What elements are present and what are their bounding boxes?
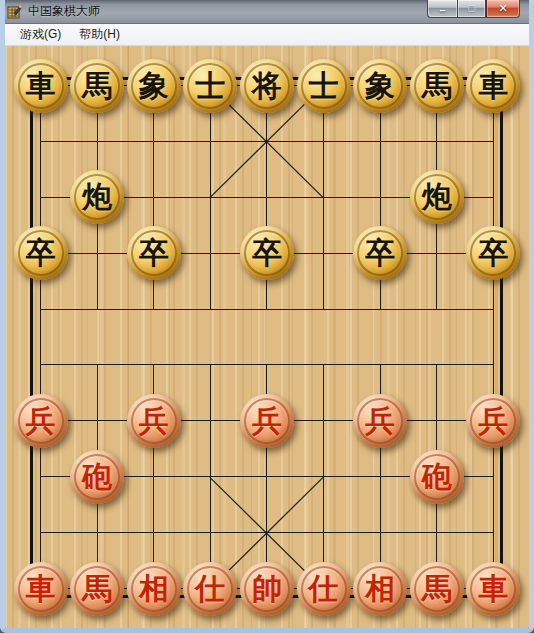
piece-red-兵-f2r6[interactable]: 兵 (127, 394, 181, 448)
piece-black-士-f3r0[interactable]: 士 (183, 59, 237, 113)
piece-red-砲-f1r7[interactable]: 砲 (70, 450, 124, 504)
piece-red-帥-f4r9[interactable]: 帥 (240, 562, 294, 616)
piece-black-卒-f0r3[interactable]: 卒 (14, 226, 68, 280)
piece-black-馬-f7r0[interactable]: 馬 (410, 59, 464, 113)
piece-black-車-f0r0[interactable]: 車 (14, 59, 68, 113)
board-background: 車馬象士将士象馬車炮炮卒卒卒卒卒兵兵兵兵兵砲砲車馬相仕帥仕相馬車 (5, 46, 529, 628)
minimize-button[interactable]: – (427, 0, 457, 18)
window-title: 中国象棋大师 (28, 3, 100, 20)
piece-black-卒-f8r3[interactable]: 卒 (466, 226, 520, 280)
app-icon (7, 4, 23, 20)
piece-red-兵-f0r6[interactable]: 兵 (14, 394, 68, 448)
title-bar[interactable]: 中国象棋大师 – ▢ ✕ (0, 0, 534, 24)
window-controls: – ▢ ✕ (427, 0, 520, 18)
piece-red-相-f6r9[interactable]: 相 (353, 562, 407, 616)
close-button[interactable]: ✕ (486, 0, 520, 18)
piece-red-車-f8r9[interactable]: 車 (466, 562, 520, 616)
piece-black-卒-f4r3[interactable]: 卒 (240, 226, 294, 280)
piece-black-卒-f2r3[interactable]: 卒 (127, 226, 181, 280)
maximize-icon: ▢ (467, 4, 476, 13)
piece-black-車-f8r0[interactable]: 車 (466, 59, 520, 113)
piece-black-炮-f7r2[interactable]: 炮 (410, 170, 464, 224)
piece-black-馬-f1r0[interactable]: 馬 (70, 59, 124, 113)
piece-black-卒-f6r3[interactable]: 卒 (353, 226, 407, 280)
menu-item-help[interactable]: 帮助(H) (70, 23, 129, 46)
piece-red-兵-f8r6[interactable]: 兵 (466, 394, 520, 448)
piece-black-象-f6r0[interactable]: 象 (353, 59, 407, 113)
minimize-icon: – (439, 5, 445, 16)
piece-red-相-f2r9[interactable]: 相 (127, 562, 181, 616)
close-icon: ✕ (498, 3, 507, 14)
piece-red-砲-f7r7[interactable]: 砲 (410, 450, 464, 504)
maximize-button[interactable]: ▢ (457, 0, 486, 18)
piece-red-仕-f3r9[interactable]: 仕 (183, 562, 237, 616)
piece-black-将-f4r0[interactable]: 将 (240, 59, 294, 113)
piece-red-兵-f4r6[interactable]: 兵 (240, 394, 294, 448)
piece-black-士-f5r0[interactable]: 士 (297, 59, 351, 113)
menu-item-game[interactable]: 游戏(G) (11, 23, 70, 46)
piece-red-馬-f7r9[interactable]: 馬 (410, 562, 464, 616)
piece-red-兵-f6r6[interactable]: 兵 (353, 394, 407, 448)
piece-red-馬-f1r9[interactable]: 馬 (70, 562, 124, 616)
piece-red-車-f0r9[interactable]: 車 (14, 562, 68, 616)
app-window: 中国象棋大师 – ▢ ✕ 游戏(G) 帮助(H) 車馬象士 (0, 0, 534, 633)
xiangqi-board[interactable]: 車馬象士将士象馬車炮炮卒卒卒卒卒兵兵兵兵兵砲砲車馬相仕帥仕相馬車 (40, 85, 494, 590)
piece-black-象-f2r0[interactable]: 象 (127, 59, 181, 113)
pieces-layer: 車馬象士将士象馬車炮炮卒卒卒卒卒兵兵兵兵兵砲砲車馬相仕帥仕相馬車 (40, 85, 494, 590)
menu-bar: 游戏(G) 帮助(H) (5, 24, 529, 46)
piece-black-炮-f1r2[interactable]: 炮 (70, 170, 124, 224)
piece-red-仕-f5r9[interactable]: 仕 (297, 562, 351, 616)
